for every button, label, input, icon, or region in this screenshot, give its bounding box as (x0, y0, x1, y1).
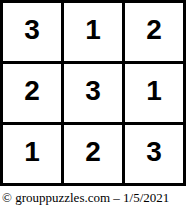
grid-cell: 1 (64, 3, 122, 61)
grid-cell: 3 (3, 3, 61, 61)
puzzle-grid: 3 1 2 2 3 1 1 2 3 (0, 0, 186, 186)
copyright-footer: © grouppuzzles.com – 1/5/2021 (2, 189, 184, 206)
grid-cell: 2 (3, 64, 61, 122)
grid-cell: 2 (125, 3, 183, 61)
grid-cell: 1 (125, 64, 183, 122)
grid-cell: 3 (125, 125, 183, 183)
grid-cell: 3 (64, 64, 122, 122)
grid-cell: 2 (64, 125, 122, 183)
grid-cell: 1 (3, 125, 61, 183)
